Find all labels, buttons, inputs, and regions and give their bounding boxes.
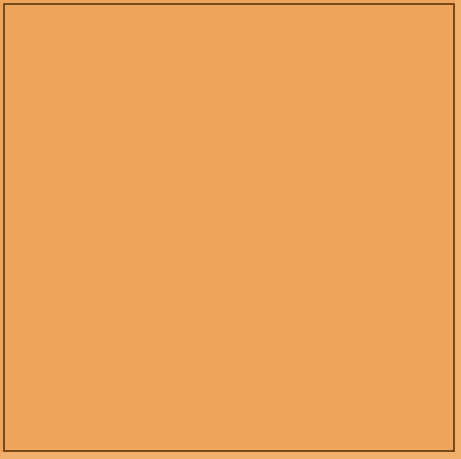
- stones-layer: [22, 21, 459, 446]
- go-board[interactable]: [0, 0, 461, 459]
